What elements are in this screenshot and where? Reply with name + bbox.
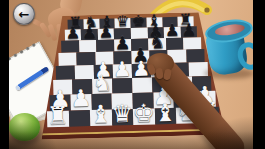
- black-knight[interactable]: ♞: [149, 34, 165, 52]
- square-b7[interactable]: ♟: [81, 29, 98, 41]
- chess-board-frame: ♜♞♝♛♚♝♜♟♟♟♟♟♟♟♞♟♟♟♟♞♟♟♟♟♟♜♝♛♚♝♞♜: [38, 12, 225, 140]
- square-c1[interactable]: ♝: [90, 109, 112, 126]
- square-b5[interactable]: [77, 52, 96, 65]
- square-b2[interactable]: ♟: [70, 94, 91, 110]
- square-a4[interactable]: [56, 66, 75, 80]
- square-e4[interactable]: ♟: [132, 64, 151, 78]
- back-arrow-icon: ←: [19, 8, 30, 21]
- square-d4[interactable]: ♟: [113, 64, 132, 78]
- square-c3[interactable]: ♞: [92, 79, 112, 94]
- square-d1[interactable]: ♛: [111, 109, 133, 126]
- black-pawn[interactable]: ♟: [82, 25, 97, 42]
- square-f1[interactable]: ♝: [154, 107, 176, 124]
- white-king[interactable]: ♚: [132, 101, 155, 126]
- white-knight[interactable]: ♞: [92, 73, 112, 95]
- square-f5[interactable]: [150, 50, 169, 63]
- back-button[interactable]: ←: [13, 3, 35, 25]
- square-b1[interactable]: [68, 110, 90, 127]
- square-g5[interactable]: [168, 50, 187, 63]
- square-d6[interactable]: ♟: [114, 39, 132, 51]
- square-c7[interactable]: ♟: [98, 29, 115, 41]
- square-f4[interactable]: [151, 63, 170, 77]
- square-g6[interactable]: [166, 38, 184, 50]
- white-rook[interactable]: ♜: [46, 103, 69, 128]
- square-g7[interactable]: ♟: [164, 27, 181, 39]
- square-h6[interactable]: [183, 37, 201, 49]
- black-pawn[interactable]: ♟: [114, 35, 130, 53]
- black-pawn[interactable]: ♟: [181, 22, 196, 39]
- black-pawn[interactable]: ♟: [165, 23, 180, 40]
- square-a6[interactable]: [61, 41, 79, 53]
- square-d3[interactable]: [112, 78, 132, 93]
- mug-drink: [214, 23, 245, 38]
- square-g4[interactable]: [170, 63, 189, 77]
- square-b6[interactable]: [79, 40, 97, 52]
- square-a7[interactable]: ♟: [65, 30, 82, 42]
- white-bishop[interactable]: ♝: [154, 100, 177, 125]
- white-pawn[interactable]: ♟: [113, 59, 132, 80]
- square-e7[interactable]: [131, 28, 148, 40]
- black-pawn[interactable]: ♟: [98, 24, 113, 41]
- square-e3[interactable]: [132, 78, 152, 93]
- square-a5[interactable]: [59, 53, 78, 66]
- square-d8[interactable]: ♛: [115, 18, 131, 29]
- spiral-binding: [9, 39, 40, 73]
- chess-board: ♜♞♝♛♚♝♜♟♟♟♟♟♟♟♞♟♟♟♟♞♟♟♟♟♟♜♝♛♚♝♞♜: [39, 16, 226, 128]
- black-pawn[interactable]: ♟: [65, 25, 80, 42]
- white-queen[interactable]: ♛: [111, 102, 134, 127]
- game-scene: ← ♜♞♝♛♚♝♜♟♟♟♟♟♟♟♞♟♟♟♟♞♟♟♟♟♟♜♝♛♚♝♞♜: [9, 0, 253, 149]
- white-bishop[interactable]: ♝: [89, 102, 112, 127]
- square-e1[interactable]: ♚: [133, 108, 155, 125]
- square-c6[interactable]: [96, 40, 114, 52]
- square-f6[interactable]: ♞: [148, 38, 166, 50]
- white-rook[interactable]: ♜: [197, 99, 220, 124]
- white-knight[interactable]: ♞: [175, 100, 198, 125]
- white-pawn[interactable]: ♟: [132, 58, 151, 79]
- mug: [202, 20, 253, 82]
- square-a1[interactable]: ♜: [47, 110, 69, 127]
- square-g1[interactable]: ♞: [176, 107, 198, 124]
- square-e8[interactable]: ♚: [130, 18, 146, 29]
- white-pawn[interactable]: ♟: [70, 87, 91, 111]
- square-h1[interactable]: ♜: [197, 106, 219, 123]
- square-b4[interactable]: [75, 65, 94, 79]
- apple: [9, 113, 40, 141]
- square-h7[interactable]: ♟: [181, 26, 198, 38]
